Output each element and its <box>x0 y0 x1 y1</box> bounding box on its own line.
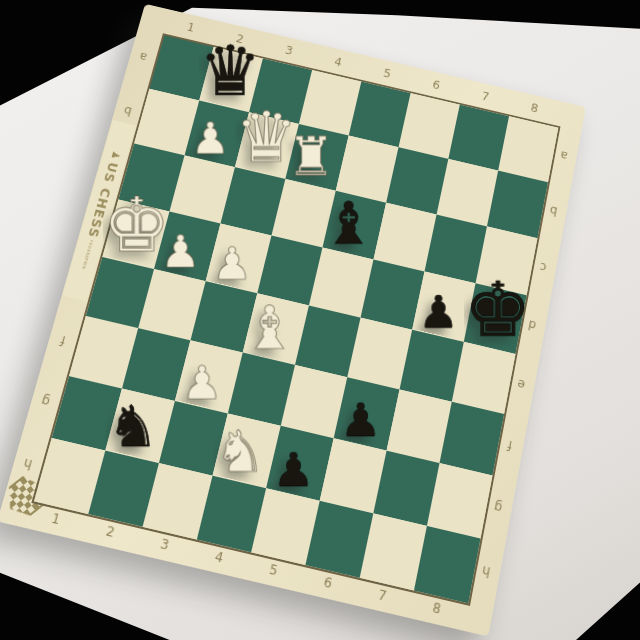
square-h8[interactable] <box>414 526 481 603</box>
piece-white-knight-g4[interactable]: ♞ <box>213 424 268 481</box>
square-f6[interactable]: ♟ <box>334 377 400 450</box>
piece-black-pawn-d7[interactable]: ♟ <box>412 290 465 335</box>
square-e6[interactable] <box>347 318 412 390</box>
piece-white-bishop-e4[interactable]: ♝ <box>243 298 297 358</box>
square-b4[interactable]: ♜ <box>285 124 348 191</box>
square-b6[interactable] <box>386 147 448 214</box>
piece-black-queen-a2[interactable]: ♛ <box>199 37 250 106</box>
piece-black-pawn-f6[interactable]: ♟ <box>334 397 388 443</box>
piece-white-king-d1[interactable]: ♚ <box>103 187 156 262</box>
square-e2[interactable] <box>138 269 205 340</box>
piece-white-pawn-d2[interactable]: ♟ <box>154 229 207 274</box>
piece-white-pawn-d3[interactable]: ♟ <box>206 242 259 287</box>
us-chess-federation-text: FEDERATION <box>81 239 94 269</box>
piece-white-queen-b3[interactable]: ♛ <box>235 103 287 173</box>
piece-black-knight-g2[interactable]: ♞ <box>105 399 160 456</box>
square-f8[interactable] <box>440 402 505 476</box>
piece-white-pawn-f3[interactable]: ♟ <box>175 360 229 406</box>
square-c6[interactable] <box>374 203 437 272</box>
piece-black-bishop-c5[interactable]: ♝ <box>323 194 375 252</box>
piece-white-pawn-b2[interactable]: ♟ <box>185 117 237 161</box>
photo-scene: 12345678 12345678 abcdefgh abcdefgh ♟ US… <box>0 0 640 640</box>
square-g8[interactable] <box>427 463 493 538</box>
piece-black-king-d8[interactable]: ♚ <box>464 272 517 347</box>
piece-black-pawn-g5[interactable]: ♟ <box>266 447 321 494</box>
piece-white-rook-b4[interactable]: ♜ <box>285 130 337 184</box>
